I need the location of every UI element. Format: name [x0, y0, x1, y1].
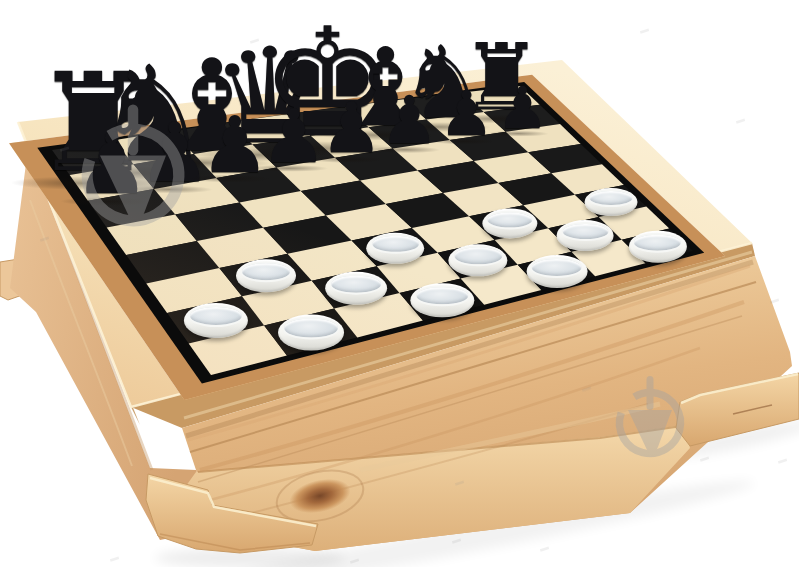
- watermark-layer: [0, 0, 799, 567]
- watermark-stem: [647, 376, 654, 410]
- product-photo-stage: ♜♞♝♛♚♝♞♜♟♟♟♟♟♟♟♟: [0, 0, 799, 567]
- watermark-logo-bottom-right: [608, 376, 692, 465]
- tiled-watermark-dashes: [40, 29, 787, 564]
- watermark-stem: [128, 105, 139, 156]
- watermark-logo-top-left: [70, 105, 196, 238]
